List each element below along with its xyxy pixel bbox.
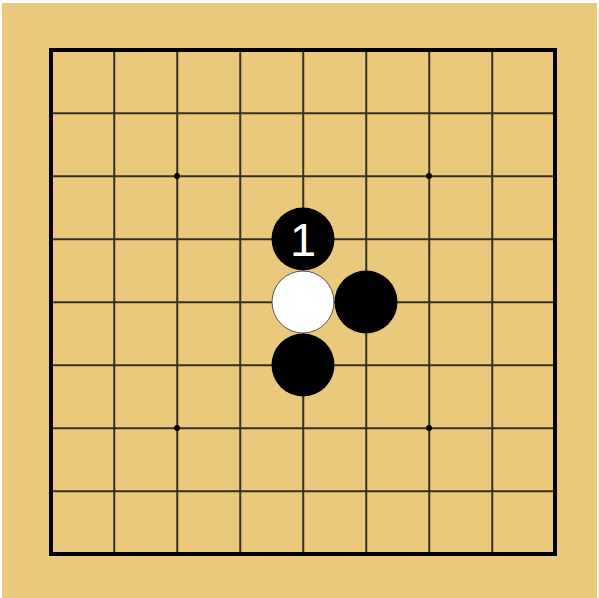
intersection-6-7[interactable]: [335, 397, 398, 460]
intersection-2-9[interactable]: [83, 523, 146, 586]
star-point: [426, 173, 432, 179]
intersection-8-3[interactable]: [461, 145, 524, 208]
white-stone: [272, 271, 335, 334]
intersection-9-4[interactable]: [524, 208, 587, 271]
intersection-9-2[interactable]: [524, 82, 587, 145]
black-stone: 1: [272, 208, 335, 271]
intersection-4-6[interactable]: [209, 334, 272, 397]
intersection-4-9[interactable]: [209, 523, 272, 586]
star-point: [174, 173, 180, 179]
intersection-8-7[interactable]: [461, 397, 524, 460]
intersection-9-1[interactable]: [524, 19, 587, 82]
intersection-3-3[interactable]: [146, 145, 209, 208]
intersection-3-9[interactable]: [146, 523, 209, 586]
intersection-2-7[interactable]: [83, 397, 146, 460]
black-stone: [272, 334, 335, 397]
intersection-6-2[interactable]: [335, 82, 398, 145]
black-stone: [335, 271, 398, 334]
intersection-6-9[interactable]: [335, 523, 398, 586]
intersection-2-3[interactable]: [83, 145, 146, 208]
intersection-1-9[interactable]: [20, 523, 83, 586]
intersection-8-8[interactable]: [461, 460, 524, 523]
intersection-9-7[interactable]: [524, 397, 587, 460]
intersection-2-8[interactable]: [83, 460, 146, 523]
intersection-4-5[interactable]: [209, 271, 272, 334]
star-point: [174, 425, 180, 431]
intersection-8-6[interactable]: [461, 334, 524, 397]
intersection-7-7[interactable]: [398, 397, 461, 460]
go-board: 1: [20, 19, 587, 586]
intersection-5-1[interactable]: [272, 19, 335, 82]
intersection-9-5[interactable]: [524, 271, 587, 334]
intersection-1-6[interactable]: [20, 334, 83, 397]
intersection-4-1[interactable]: [209, 19, 272, 82]
intersection-2-5[interactable]: [83, 271, 146, 334]
intersection-3-5[interactable]: [146, 271, 209, 334]
intersection-6-8[interactable]: [335, 460, 398, 523]
star-point: [426, 425, 432, 431]
intersection-6-6[interactable]: [335, 334, 398, 397]
intersection-1-1[interactable]: [20, 19, 83, 82]
intersection-6-3[interactable]: [335, 145, 398, 208]
intersection-5-9[interactable]: [272, 523, 335, 586]
intersection-9-8[interactable]: [524, 460, 587, 523]
intersection-5-8[interactable]: [272, 460, 335, 523]
intersection-7-9[interactable]: [398, 523, 461, 586]
intersection-4-2[interactable]: [209, 82, 272, 145]
intersection-1-8[interactable]: [20, 460, 83, 523]
intersection-3-6[interactable]: [146, 334, 209, 397]
intersection-4-3[interactable]: [209, 145, 272, 208]
intersection-1-2[interactable]: [20, 82, 83, 145]
intersection-5-3[interactable]: [272, 145, 335, 208]
intersection-1-4[interactable]: [20, 208, 83, 271]
intersection-7-4[interactable]: [398, 208, 461, 271]
intersection-4-4[interactable]: [209, 208, 272, 271]
intersection-7-1[interactable]: [398, 19, 461, 82]
intersection-7-3[interactable]: [398, 145, 461, 208]
intersection-1-7[interactable]: [20, 397, 83, 460]
intersection-7-8[interactable]: [398, 460, 461, 523]
intersection-5-5[interactable]: [272, 271, 335, 334]
intersection-8-9[interactable]: [461, 523, 524, 586]
intersection-5-7[interactable]: [272, 397, 335, 460]
intersection-5-6[interactable]: [272, 334, 335, 397]
intersection-6-5[interactable]: [335, 271, 398, 334]
intersection-2-4[interactable]: [83, 208, 146, 271]
intersection-2-1[interactable]: [83, 19, 146, 82]
intersection-8-1[interactable]: [461, 19, 524, 82]
intersection-3-7[interactable]: [146, 397, 209, 460]
intersection-5-2[interactable]: [272, 82, 335, 145]
intersection-3-8[interactable]: [146, 460, 209, 523]
intersection-1-5[interactable]: [20, 271, 83, 334]
intersection-3-1[interactable]: [146, 19, 209, 82]
intersection-9-6[interactable]: [524, 334, 587, 397]
intersection-8-2[interactable]: [461, 82, 524, 145]
intersection-7-2[interactable]: [398, 82, 461, 145]
intersection-3-4[interactable]: [146, 208, 209, 271]
intersection-9-3[interactable]: [524, 145, 587, 208]
intersection-1-3[interactable]: [20, 145, 83, 208]
intersection-8-5[interactable]: [461, 271, 524, 334]
intersection-5-4[interactable]: 1: [272, 208, 335, 271]
intersection-9-9[interactable]: [524, 523, 587, 586]
intersection-6-4[interactable]: [335, 208, 398, 271]
intersection-7-5[interactable]: [398, 271, 461, 334]
intersection-2-6[interactable]: [83, 334, 146, 397]
move-number-label: 1: [272, 208, 335, 271]
intersection-2-2[interactable]: [83, 82, 146, 145]
intersection-8-4[interactable]: [461, 208, 524, 271]
page: 1: [0, 0, 599, 598]
intersection-7-6[interactable]: [398, 334, 461, 397]
intersection-4-7[interactable]: [209, 397, 272, 460]
intersection-6-1[interactable]: [335, 19, 398, 82]
goban-mat: 1: [2, 3, 597, 598]
intersection-4-8[interactable]: [209, 460, 272, 523]
intersection-3-2[interactable]: [146, 82, 209, 145]
